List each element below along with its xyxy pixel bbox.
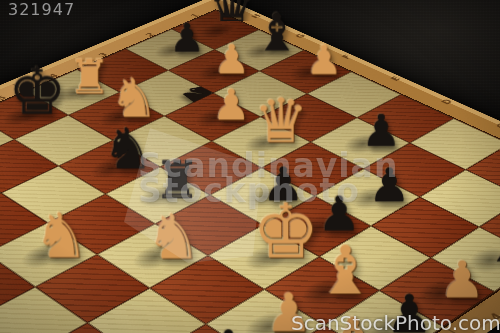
frame-label-right-C: C	[492, 122, 500, 130]
piece-shadow	[233, 239, 299, 277]
piece-shadow	[457, 241, 500, 279]
piece-shadow	[186, 104, 243, 133]
piece-shadow	[10, 237, 77, 275]
piece-shadow	[81, 152, 142, 184]
piece-shadow	[281, 60, 335, 86]
piece-shadow	[191, 19, 243, 42]
frame-label-right-F: F	[339, 53, 354, 60]
watermark-image-id: 321947	[8, 0, 75, 19]
piece-shadow	[288, 209, 352, 245]
piece-shadow	[189, 59, 243, 85]
piece-shadow	[90, 103, 148, 132]
black-bishop-g1: ♝	[245, 7, 309, 59]
piece-shadow	[406, 273, 473, 314]
frame-label-right-E: E	[387, 75, 402, 82]
frame-label-right-D: D	[438, 97, 455, 105]
piece-shadow	[291, 272, 359, 313]
piece-shadow	[122, 238, 189, 276]
piece-shadow	[235, 39, 288, 64]
frame-label-right-G: G	[292, 32, 307, 39]
watermark-brand-text: Scandinavian Stockphoto	[138, 153, 398, 203]
frame-label-right-H: H	[248, 13, 263, 20]
piece-shadow	[0, 102, 52, 131]
watermark-brand-line2: Stockphoto	[138, 178, 398, 203]
stock-photo-chess-scene: ♚♜♟♛♞♞♟♝♞♟♟♞♜♛♞♟♟♚♟♟♟♟♝♝♟♟♝ 876543218765…	[0, 0, 500, 333]
watermark-bottom-credit: ScanStockPhoto.com id 321947	[291, 311, 500, 333]
